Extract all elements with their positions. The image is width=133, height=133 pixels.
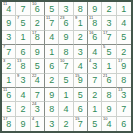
- cell-r2c2[interactable]: 75: [16, 16, 30, 30]
- cell-r9c9[interactable]: 6: [117, 117, 131, 131]
- cell-r5c1[interactable]: 32: [2, 59, 16, 73]
- cell-r4c1[interactable]: 77: [2, 45, 16, 59]
- digit: 7: [6, 48, 11, 57]
- cage-sum: 11: [46, 16, 50, 20]
- digit: 4: [106, 120, 111, 129]
- digit: 5: [78, 91, 83, 100]
- cell-r9c8[interactable]: 104: [102, 117, 116, 131]
- cell-r7c6[interactable]: 5: [74, 88, 88, 102]
- cage-sum: 7: [17, 16, 19, 20]
- cage-sum: 17: [32, 31, 36, 35]
- cell-r5c3[interactable]: 5: [31, 59, 45, 73]
- cell-r6c4[interactable]: 2: [45, 74, 59, 88]
- cage-sum: 15: [75, 117, 79, 121]
- digit: 2: [63, 120, 68, 129]
- digit: 4: [6, 5, 11, 14]
- cell-r8c5[interactable]: 4: [59, 102, 73, 116]
- cell-r1c2[interactable]: 7: [16, 2, 30, 16]
- digit: 3: [63, 5, 68, 14]
- cage-sum: 10: [32, 2, 36, 6]
- cell-r3c7[interactable]: 166: [88, 31, 102, 45]
- cell-r3c4[interactable]: 4: [45, 31, 59, 45]
- cell-r3c5[interactable]: 9: [59, 31, 73, 45]
- cell-r1c1[interactable]: 114: [2, 2, 16, 16]
- digit: 2: [106, 5, 111, 14]
- digit: 3: [106, 19, 111, 28]
- cell-r5c7[interactable]: 43: [88, 59, 102, 73]
- digit: 1: [63, 91, 68, 100]
- sudoku-board: 1147106538921975211723691118343117849216…: [0, 0, 133, 133]
- digit: 4: [20, 91, 25, 100]
- cell-r6c6[interactable]: 159: [74, 74, 88, 88]
- digit: 7: [92, 76, 97, 85]
- digit: 8: [63, 48, 68, 57]
- cage-sum: 16: [89, 31, 93, 35]
- cell-r2c1[interactable]: 9: [2, 16, 16, 30]
- cell-r9c4[interactable]: 3: [45, 117, 59, 131]
- cage-sum: 23: [60, 16, 64, 20]
- digit: 4: [78, 62, 83, 71]
- cell-r4c8[interactable]: 55: [102, 45, 116, 59]
- cell-r9c5[interactable]: 2: [59, 117, 73, 131]
- digit: 5: [63, 76, 68, 85]
- cell-r7c5[interactable]: 1: [59, 88, 73, 102]
- cell-r5c4[interactable]: 6: [45, 59, 59, 73]
- cage-sum: 7: [3, 45, 5, 49]
- cage-sum: 21: [103, 74, 107, 78]
- digit: 1: [92, 105, 97, 114]
- cage-sum: 4: [32, 117, 34, 121]
- cage-sum: 11: [89, 16, 93, 20]
- cell-r1c9[interactable]: 1: [117, 2, 131, 16]
- cell-r1c3[interactable]: 106: [31, 2, 45, 16]
- cell-r2c7[interactable]: 118: [88, 16, 102, 30]
- cell-r4c5[interactable]: 8: [59, 45, 73, 59]
- cell-r4c4[interactable]: 1: [45, 45, 59, 59]
- digit: 8: [106, 91, 111, 100]
- cage-sum: 17: [118, 59, 122, 63]
- cage-sum: 17: [3, 117, 7, 121]
- digit: 4: [121, 19, 126, 28]
- cage-sum: 11: [3, 2, 7, 6]
- digit: 8: [92, 19, 97, 28]
- cell-r4c6[interactable]: 3: [74, 45, 88, 59]
- cell-r8c8[interactable]: 9: [102, 102, 116, 116]
- digit: 8: [20, 62, 25, 71]
- cell-r2c3[interactable]: 2: [31, 16, 45, 30]
- digit: 4: [49, 33, 54, 42]
- digit: 3: [49, 120, 54, 129]
- cell-r8c7[interactable]: 1: [88, 102, 102, 116]
- cell-r9c7[interactable]: 5: [88, 117, 102, 131]
- cell-r7c7[interactable]: 2: [88, 88, 102, 102]
- cell-r5c5[interactable]: 107: [59, 59, 73, 73]
- cell-r7c1[interactable]: 116: [2, 88, 16, 102]
- cell-r2c4[interactable]: 117: [45, 16, 59, 30]
- digit: 2: [121, 48, 126, 57]
- cell-r3c3[interactable]: 178: [31, 31, 45, 45]
- cage-sum: 17: [103, 31, 107, 35]
- cell-r6c3[interactable]: 224: [31, 74, 45, 88]
- cage-sum: 10: [103, 117, 107, 121]
- cell-r7c4[interactable]: 9: [45, 88, 59, 102]
- cell-r8c4[interactable]: 8: [45, 102, 59, 116]
- digit: 1: [6, 76, 11, 85]
- digit: 6: [63, 19, 68, 28]
- cage-sum: 13: [17, 59, 21, 63]
- cage-sum: 5: [103, 45, 105, 49]
- cell-r6c8[interactable]: 216: [102, 74, 116, 88]
- digit: 7: [20, 5, 25, 14]
- digit: 8: [49, 105, 54, 114]
- digit: 3: [121, 91, 126, 100]
- digit: 1: [20, 33, 25, 42]
- digit: 3: [92, 62, 97, 71]
- cell-r9c6[interactable]: 157: [74, 117, 88, 131]
- cell-r2c6[interactable]: 91: [74, 16, 88, 30]
- digit: 1: [49, 48, 54, 57]
- cage-sum: 4: [89, 59, 91, 63]
- digit: 9: [20, 120, 25, 129]
- digit: 2: [6, 62, 11, 71]
- digit: 5: [35, 62, 40, 71]
- cell-r5c9[interactable]: 179: [117, 59, 131, 73]
- cage-sum: 9: [75, 16, 77, 20]
- cage-sum: 22: [32, 74, 36, 78]
- digit: 7: [121, 105, 126, 114]
- cell-r8c3[interactable]: 243: [31, 102, 45, 116]
- digit: 1: [106, 62, 111, 71]
- digit: 7: [63, 62, 68, 71]
- digit: 2: [78, 33, 83, 42]
- cell-r1c8[interactable]: 2: [102, 2, 116, 16]
- cell-r1c7[interactable]: 9: [88, 2, 102, 16]
- digit: 5: [121, 33, 126, 42]
- digit: 5: [92, 120, 97, 129]
- digit: 4: [63, 105, 68, 114]
- cell-r3c1[interactable]: 3: [2, 31, 16, 45]
- digit: 5: [49, 5, 54, 14]
- cell-r4c2[interactable]: 6: [16, 45, 30, 59]
- digit: 6: [78, 105, 83, 114]
- cage-sum: 10: [60, 59, 64, 63]
- cell-r3c6[interactable]: 2: [74, 31, 88, 45]
- digit: 4: [92, 48, 97, 57]
- digit: 8: [78, 5, 83, 14]
- cell-r8c1[interactable]: 5: [2, 102, 16, 116]
- cell-r4c9[interactable]: 2: [117, 45, 131, 59]
- cage-sum: 24: [32, 102, 36, 106]
- cell-r8c2[interactable]: 2: [16, 102, 30, 116]
- cage-sum: 11: [3, 88, 7, 92]
- cell-r3c2[interactable]: 1: [16, 31, 30, 45]
- digit: 9: [49, 91, 54, 100]
- digit: 7: [49, 19, 54, 28]
- cage-sum: 9: [17, 74, 19, 78]
- cell-r2c5[interactable]: 236: [59, 16, 73, 30]
- cage-sum: 13: [118, 88, 122, 92]
- digit: 7: [35, 91, 40, 100]
- cell-r6c1[interactable]: 1: [2, 74, 16, 88]
- cell-r7c2[interactable]: 4: [16, 88, 30, 102]
- digit: 2: [49, 76, 54, 85]
- digit: 8: [121, 76, 126, 85]
- digit: 7: [78, 120, 83, 129]
- digit: 5: [20, 19, 25, 28]
- cell-r4c7[interactable]: 4: [88, 45, 102, 59]
- digit: 9: [63, 33, 68, 42]
- cell-r2c8[interactable]: 3: [102, 16, 116, 30]
- digit: 2: [20, 105, 25, 114]
- digit: 2: [35, 19, 40, 28]
- digit: 9: [6, 19, 11, 28]
- cell-r7c8[interactable]: 8: [102, 88, 116, 102]
- cell-r5c6[interactable]: 4: [74, 59, 88, 73]
- cell-r6c2[interactable]: 93: [16, 74, 30, 88]
- cell-r5c8[interactable]: 1: [102, 59, 116, 73]
- digit: 3: [6, 33, 11, 42]
- cell-r4c3[interactable]: 9: [31, 45, 45, 59]
- digit: 9: [35, 48, 40, 57]
- digit: 1: [121, 5, 126, 14]
- digit: 9: [121, 62, 126, 71]
- cell-r1c5[interactable]: 3: [59, 2, 73, 16]
- cell-r1c6[interactable]: 8: [74, 2, 88, 16]
- digit: 9: [106, 105, 111, 114]
- cage-sum: 3: [3, 59, 5, 63]
- cell-r5c2[interactable]: 138: [16, 59, 30, 73]
- cell-r1c4[interactable]: 5: [45, 2, 59, 16]
- digit: 6: [6, 91, 11, 100]
- digit: 9: [92, 5, 97, 14]
- cell-r6c5[interactable]: 5: [59, 74, 73, 88]
- cell-r3c9[interactable]: 5: [117, 31, 131, 45]
- digit: 3: [20, 76, 25, 85]
- cell-r8c9[interactable]: 7: [117, 102, 131, 116]
- cell-r7c3[interactable]: 7: [31, 88, 45, 102]
- digit: 1: [35, 120, 40, 129]
- cage-sum: 15: [75, 74, 79, 78]
- digit: 6: [49, 62, 54, 71]
- digit: 6: [121, 120, 126, 129]
- cell-r8c6[interactable]: 6: [74, 102, 88, 116]
- digit: 6: [20, 48, 25, 57]
- digit: 8: [6, 120, 11, 129]
- cell-r6c9[interactable]: 8: [117, 74, 131, 88]
- digit: 6: [35, 5, 40, 14]
- digit: 3: [35, 105, 40, 114]
- cell-r9c1[interactable]: 178: [2, 117, 16, 131]
- digit: 5: [6, 105, 11, 114]
- digit: 2: [92, 91, 97, 100]
- digit: 1: [78, 19, 83, 28]
- cell-r6c7[interactable]: 7: [88, 74, 102, 88]
- cell-r9c3[interactable]: 41: [31, 117, 45, 131]
- digit: 3: [78, 48, 83, 57]
- digit: 5: [106, 48, 111, 57]
- cell-r3c8[interactable]: 177: [102, 31, 116, 45]
- cell-r7c9[interactable]: 133: [117, 88, 131, 102]
- cell-r2c9[interactable]: 4: [117, 16, 131, 30]
- cell-r9c2[interactable]: 9: [16, 117, 30, 131]
